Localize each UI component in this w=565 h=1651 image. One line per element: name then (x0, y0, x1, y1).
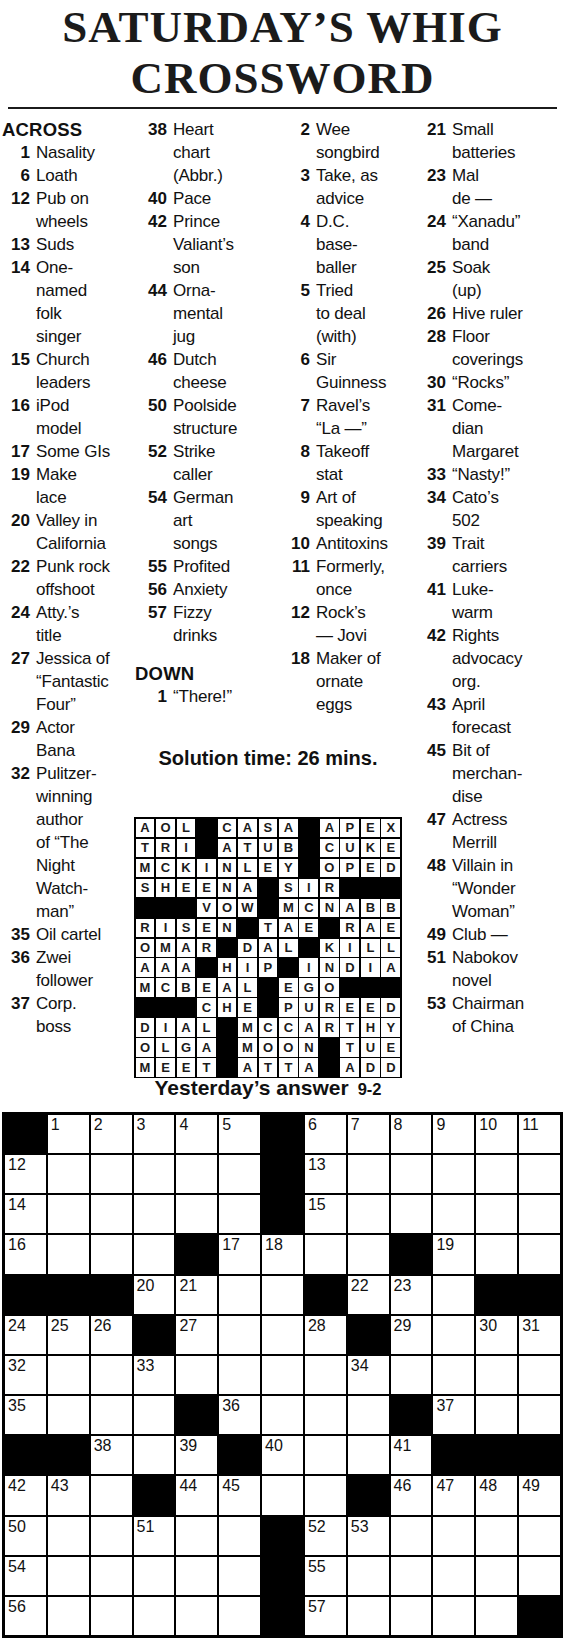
clue: 2Wee songbird (272, 118, 406, 164)
solution-letter-cell: T (340, 1018, 359, 1036)
puzzle-cell[interactable] (134, 1195, 175, 1233)
puzzle-cell[interactable]: 55 (305, 1557, 346, 1595)
puzzle-cell[interactable]: 41 (391, 1436, 432, 1474)
clue: 49Club — (404, 923, 565, 946)
puzzle-cell[interactable] (134, 1235, 175, 1273)
solution-letter-cell: A (156, 958, 175, 976)
solution-letter-cell: O (136, 1038, 155, 1056)
solution-letter-cell: I (299, 958, 318, 976)
puzzle-cell[interactable] (391, 1155, 432, 1193)
solution-block-cell (177, 899, 196, 917)
clue-text: Valley in California (30, 509, 106, 555)
puzzle-cell[interactable]: 36 (219, 1396, 260, 1434)
puzzle-cell[interactable] (176, 1155, 217, 1193)
puzzle-cell[interactable] (262, 1396, 303, 1434)
puzzle-cell[interactable] (262, 1276, 303, 1314)
clue-number: 20 (2, 509, 30, 532)
puzzle-cell[interactable]: 50 (5, 1517, 46, 1555)
puzzle-cell[interactable] (91, 1235, 132, 1273)
puzzle-cell[interactable] (48, 1557, 89, 1595)
puzzle-cell[interactable] (219, 1557, 260, 1595)
clue: 5Tried to deal (with) (272, 279, 406, 348)
solution-letter-cell: A (279, 919, 298, 937)
puzzle-cell[interactable] (433, 1316, 474, 1354)
puzzle-cell[interactable]: 49 (519, 1476, 560, 1514)
puzzle-cell[interactable]: 54 (5, 1557, 46, 1595)
clue-number: 13 (2, 233, 30, 256)
yesterday-answer-caption: Yesterday’s answer9-2 (134, 1076, 402, 1100)
puzzle-cell[interactable] (348, 1396, 389, 1434)
puzzle-cell[interactable] (262, 1476, 303, 1514)
puzzle-cell[interactable] (305, 1235, 346, 1273)
puzzle-cell[interactable] (519, 1155, 560, 1193)
puzzle-cell[interactable] (348, 1235, 389, 1273)
clue-text: Luke- warm (446, 578, 494, 624)
clue-column-down-2: 21Small batteries23Mal de —24“Xanadu” ba… (404, 118, 565, 1038)
puzzle-cell[interactable] (391, 1597, 432, 1635)
solution-letter-cell: A (361, 919, 380, 937)
puzzle-cell[interactable]: 9 (433, 1115, 474, 1153)
solution-letter-cell: M (136, 1058, 155, 1076)
puzzle-cell[interactable]: 4 (176, 1115, 217, 1153)
solution-letter-cell: A (177, 939, 196, 957)
puzzle-cell[interactable]: 40 (262, 1436, 303, 1474)
puzzle-cell[interactable]: 3 (134, 1115, 175, 1153)
puzzle-cell[interactable] (48, 1597, 89, 1635)
puzzle-cell[interactable]: 52 (305, 1517, 346, 1555)
puzzle-cell[interactable] (176, 1195, 217, 1233)
clue-text: Prince Valiant’s son (167, 210, 234, 279)
clue: 43April forecast (404, 693, 565, 739)
cell-number: 54 (8, 1557, 26, 1576)
puzzle-cell[interactable]: 8 (391, 1115, 432, 1153)
puzzle-cell[interactable] (91, 1356, 132, 1394)
puzzle-cell[interactable] (433, 1597, 474, 1635)
solution-letter-cell: E (381, 839, 400, 857)
clue: 28Floor coverings (404, 325, 565, 371)
puzzle-cell[interactable]: 14 (5, 1195, 46, 1233)
clue: 42Prince Valiant’s son (135, 210, 269, 279)
puzzle-cell[interactable] (91, 1195, 132, 1233)
clue-number: 31 (404, 394, 446, 417)
puzzle-cell[interactable] (391, 1517, 432, 1555)
solution-letter-cell: R (197, 939, 216, 957)
clue: 57Fizzy drinks (135, 601, 269, 647)
puzzle-block-cell (476, 1276, 517, 1314)
puzzle-cell[interactable]: 32 (5, 1356, 46, 1394)
puzzle-cell[interactable]: 39 (176, 1436, 217, 1474)
cell-number: 55 (308, 1557, 326, 1576)
puzzle-cell[interactable] (48, 1235, 89, 1273)
puzzle-cell[interactable] (348, 1597, 389, 1635)
puzzle-cell[interactable] (262, 1316, 303, 1354)
clue-number: 37 (2, 992, 30, 1015)
puzzle-cell[interactable] (176, 1557, 217, 1595)
solution-letter-cell: T (279, 1058, 298, 1076)
puzzle-cell[interactable] (519, 1356, 560, 1394)
clue: 31Come- dian Margaret (404, 394, 565, 463)
puzzle-cell[interactable]: 56 (5, 1597, 46, 1635)
clue: 26Hive ruler (404, 302, 565, 325)
clue-text: “Xanadu” band (446, 210, 520, 256)
clue-number: 57 (135, 601, 167, 624)
clue-text: Sir Guinness (310, 348, 386, 394)
cell-number: 17 (222, 1235, 240, 1254)
puzzle-cell[interactable]: 34 (348, 1356, 389, 1394)
solution-letter-cell: A (197, 1038, 216, 1056)
solution-letter-cell: A (136, 819, 155, 837)
clue: 17Some GIs (2, 440, 133, 463)
solution-letter-cell: R (340, 919, 359, 937)
clue: 1Nasality (2, 141, 133, 164)
solution-letter-cell: S (279, 879, 298, 897)
puzzle-cell[interactable] (134, 1436, 175, 1474)
puzzle-cell[interactable] (476, 1597, 517, 1635)
clue-text: Suds (30, 233, 74, 256)
solution-letter-cell: N (320, 899, 339, 917)
solution-letter-cell: N (320, 958, 339, 976)
clue: 51Nabokov novel (404, 946, 565, 992)
puzzle-cell[interactable] (219, 1517, 260, 1555)
clue: 13Suds (2, 233, 133, 256)
puzzle-block-cell (391, 1235, 432, 1273)
solution-letter-cell: A (320, 819, 339, 837)
puzzle-cell[interactable]: 53 (348, 1517, 389, 1555)
solution-letter-cell: A (259, 939, 278, 957)
solution-letter-cell: A (238, 1058, 257, 1076)
puzzle-cell[interactable] (476, 1195, 517, 1233)
clue-number: 51 (404, 946, 446, 969)
clue-text: Oil cartel (30, 923, 101, 946)
clue-text: Make lace (30, 463, 77, 509)
clue-number: 43 (404, 693, 446, 716)
puzzle-cell[interactable] (48, 1356, 89, 1394)
solution-letter-cell: C (259, 1018, 278, 1036)
puzzle-cell[interactable] (519, 1195, 560, 1233)
puzzle-cell[interactable] (48, 1396, 89, 1434)
puzzle-cell[interactable]: 18 (262, 1235, 303, 1273)
puzzle-cell[interactable] (433, 1356, 474, 1394)
puzzle-cell[interactable] (391, 1356, 432, 1394)
puzzle-cell[interactable]: 15 (305, 1195, 346, 1233)
puzzle-cell[interactable] (348, 1557, 389, 1595)
clue-number: 10 (272, 532, 310, 555)
puzzle-cell[interactable]: 37 (433, 1396, 474, 1434)
clue: 36Zwei follower (2, 946, 133, 992)
puzzle-cell[interactable] (391, 1195, 432, 1233)
puzzle-cell[interactable] (476, 1155, 517, 1193)
clue: 10Antitoxins (272, 532, 406, 555)
solution-letter-cell: R (320, 998, 339, 1016)
puzzle-cell[interactable] (476, 1557, 517, 1595)
puzzle-cell[interactable] (219, 1316, 260, 1354)
clue: 37Corp. boss (2, 992, 133, 1038)
puzzle-cell[interactable]: 57 (305, 1597, 346, 1635)
puzzle-cell[interactable]: 24 (5, 1316, 46, 1354)
clue: 30“Rocks” (404, 371, 565, 394)
clue-number: 46 (135, 348, 167, 371)
puzzle-cell[interactable]: 19 (433, 1235, 474, 1273)
clue-number: 53 (404, 992, 446, 1015)
clue: 32Pulitzer- winning author of “The Night… (2, 762, 133, 923)
puzzle-cell[interactable]: 12 (5, 1155, 46, 1193)
cell-number: 53 (351, 1517, 369, 1536)
puzzle-cell[interactable] (134, 1396, 175, 1434)
solution-block-cell (156, 998, 175, 1016)
puzzle-cell[interactable] (219, 1195, 260, 1233)
puzzle-cell[interactable] (48, 1155, 89, 1193)
clue-text: Strike caller (167, 440, 215, 486)
puzzle-cell[interactable] (348, 1195, 389, 1233)
puzzle-cell[interactable] (91, 1476, 132, 1514)
solution-block-cell (197, 839, 216, 857)
cell-number: 11 (522, 1115, 539, 1134)
solution-block-cell (218, 1018, 237, 1036)
puzzle-cell[interactable] (134, 1557, 175, 1595)
puzzle-cell[interactable] (433, 1276, 474, 1314)
puzzle-cell[interactable] (176, 1356, 217, 1394)
clue: 14One- named folk singer (2, 256, 133, 348)
clue: 33“Nasty!” (404, 463, 565, 486)
clue: 19Make lace (2, 463, 133, 509)
cell-number: 46 (394, 1476, 412, 1495)
solution-letter-cell: T (197, 1058, 216, 1076)
puzzle-cell[interactable] (519, 1557, 560, 1595)
puzzle-cell[interactable]: 47 (433, 1476, 474, 1514)
clue-text: Hive ruler (446, 302, 523, 325)
puzzle-cell[interactable] (91, 1396, 132, 1434)
puzzle-cell[interactable]: 5 (219, 1115, 260, 1153)
puzzle-cell[interactable]: 20 (134, 1276, 175, 1314)
clue-text: Loath (30, 164, 78, 187)
puzzle-block-cell (91, 1276, 132, 1314)
clue-text: Antitoxins (310, 532, 388, 555)
puzzle-cell[interactable] (519, 1517, 560, 1555)
clue: 9Art of speaking (272, 486, 406, 532)
solution-block-cell (320, 919, 339, 937)
puzzle-cell[interactable] (219, 1597, 260, 1635)
puzzle-cell[interactable]: 33 (134, 1356, 175, 1394)
puzzle-cell[interactable] (476, 1356, 517, 1394)
solution-letter-cell: M (238, 1038, 257, 1056)
puzzle-cell[interactable] (391, 1557, 432, 1595)
solution-block-cell (218, 1038, 237, 1056)
puzzle-cell[interactable] (219, 1356, 260, 1394)
puzzle-cell[interactable] (176, 1597, 217, 1635)
solution-letter-cell: N (299, 1038, 318, 1056)
clue-text: Ravel’s “La —” (310, 394, 370, 440)
solution-block-cell (381, 978, 400, 996)
puzzle-cell[interactable]: 35 (5, 1396, 46, 1434)
puzzle-cell[interactable] (476, 1235, 517, 1273)
clue: 8Takeoff stat (272, 440, 406, 486)
puzzle-cell[interactable]: 22 (348, 1276, 389, 1314)
puzzle-cell[interactable] (519, 1235, 560, 1273)
puzzle-cell[interactable]: 44 (176, 1476, 217, 1514)
puzzle-cell[interactable]: 43 (48, 1476, 89, 1514)
solution-letter-cell: M (156, 939, 175, 957)
puzzle-cell[interactable] (305, 1436, 346, 1474)
cell-number: 43 (51, 1476, 69, 1495)
puzzle-cell[interactable] (305, 1396, 346, 1434)
puzzle-cell[interactable]: 17 (219, 1235, 260, 1273)
solution-letter-cell: M (136, 859, 155, 877)
puzzle-cell[interactable]: 42 (5, 1476, 46, 1514)
puzzle-cell[interactable]: 2 (91, 1115, 132, 1153)
puzzle-cell[interactable] (91, 1597, 132, 1635)
clue-text: Art of speaking (310, 486, 382, 532)
clue: 23Mal de — (404, 164, 565, 210)
cell-number: 7 (351, 1115, 360, 1134)
puzzle-cell[interactable] (48, 1195, 89, 1233)
puzzle-cell[interactable] (433, 1195, 474, 1233)
today-puzzle-grid: 1234567891011121314151617181920212223242… (2, 1112, 563, 1638)
solution-letter-cell: I (156, 919, 175, 937)
solution-letter-cell: A (177, 958, 196, 976)
puzzle-cell[interactable]: 11 (519, 1115, 560, 1153)
puzzle-cell[interactable]: 6 (305, 1115, 346, 1153)
puzzle-block-cell (176, 1235, 217, 1273)
solution-block-cell (259, 998, 278, 1016)
puzzle-cell[interactable]: 30 (476, 1316, 517, 1354)
puzzle-cell[interactable] (134, 1155, 175, 1193)
solution-letter-cell: S (259, 819, 278, 837)
solution-letter-cell: O (320, 978, 339, 996)
solution-letter-cell: R (320, 1018, 339, 1036)
solution-letter-cell: A (238, 819, 257, 837)
solution-letter-cell: I (299, 879, 318, 897)
clue-text: Cato’s 502 (446, 486, 499, 532)
puzzle-cell[interactable] (219, 1155, 260, 1193)
solution-block-cell (279, 958, 298, 976)
puzzle-cell[interactable]: 38 (91, 1436, 132, 1474)
cell-number: 19 (436, 1235, 454, 1254)
cell-number: 40 (265, 1436, 283, 1455)
clue: 16iPod model (2, 394, 133, 440)
clue-number: 21 (404, 118, 446, 141)
cell-number: 2 (94, 1115, 103, 1134)
puzzle-cell[interactable] (262, 1356, 303, 1394)
puzzle-cell[interactable]: 13 (305, 1155, 346, 1193)
puzzle-cell[interactable] (305, 1356, 346, 1394)
solution-letter-cell: R (156, 839, 175, 857)
clue: 55Profited (135, 555, 269, 578)
solution-letter-cell: T (340, 1038, 359, 1056)
solution-letter-cell: X (381, 819, 400, 837)
puzzle-cell[interactable] (519, 1396, 560, 1434)
solution-letter-cell: E (299, 919, 318, 937)
puzzle-cell[interactable] (476, 1396, 517, 1434)
puzzle-cell[interactable]: 28 (305, 1316, 346, 1354)
puzzle-cell[interactable]: 23 (391, 1276, 432, 1314)
puzzle-cell[interactable]: 7 (348, 1115, 389, 1153)
puzzle-cell[interactable]: 48 (476, 1476, 517, 1514)
solution-letter-cell: L (381, 939, 400, 957)
clue: 11Formerly, once (272, 555, 406, 601)
clue-text: Nabokov novel (446, 946, 518, 992)
puzzle-cell[interactable]: 26 (91, 1316, 132, 1354)
puzzle-cell[interactable]: 45 (219, 1476, 260, 1514)
clue-text: Mal de — (446, 164, 492, 210)
puzzle-cell[interactable] (348, 1155, 389, 1193)
cell-number: 31 (522, 1316, 540, 1335)
clue-number: 52 (135, 440, 167, 463)
puzzle-cell[interactable] (219, 1276, 260, 1314)
clue: 4D.C. base- baller (272, 210, 406, 279)
puzzle-cell[interactable]: 10 (476, 1115, 517, 1153)
puzzle-cell[interactable] (48, 1517, 89, 1555)
puzzle-cell[interactable]: 27 (176, 1316, 217, 1354)
solution-letter-cell: O (279, 1038, 298, 1056)
solution-letter-cell: O (259, 1038, 278, 1056)
cell-number: 1 (51, 1115, 60, 1134)
puzzle-cell[interactable] (348, 1436, 389, 1474)
puzzle-cell[interactable]: 21 (176, 1276, 217, 1314)
clue: 34Cato’s 502 (404, 486, 565, 532)
clue-text: One- named folk singer (30, 256, 87, 348)
puzzle-cell[interactable] (91, 1557, 132, 1595)
puzzle-block-cell (433, 1436, 474, 1474)
solution-letter-cell: E (197, 919, 216, 937)
puzzle-cell[interactable] (91, 1517, 132, 1555)
solution-letter-cell: M (136, 978, 155, 996)
clue: 46Dutch cheese (135, 348, 269, 394)
puzzle-cell[interactable]: 1 (48, 1115, 89, 1153)
puzzle-cell[interactable]: 51 (134, 1517, 175, 1555)
puzzle-cell[interactable] (433, 1517, 474, 1555)
clue: 7Ravel’s “La —” (272, 394, 406, 440)
puzzle-cell[interactable] (305, 1476, 346, 1514)
solution-letter-cell: B (177, 978, 196, 996)
cell-number: 41 (394, 1436, 412, 1455)
cell-number: 27 (179, 1316, 197, 1335)
clue-text: Floor coverings (446, 325, 523, 371)
solution-letter-cell: Y (279, 859, 298, 877)
solution-letter-cell: E (361, 859, 380, 877)
puzzle-cell[interactable] (91, 1155, 132, 1193)
puzzle-cell[interactable] (176, 1517, 217, 1555)
solution-block-cell (299, 819, 318, 837)
clue: 12Rock’s — Jovi (272, 601, 406, 647)
puzzle-cell[interactable] (134, 1597, 175, 1635)
clue-number: 4 (272, 210, 310, 233)
clue-text: Soak (up) (446, 256, 490, 302)
clue-number: 17 (2, 440, 30, 463)
clue-number: 22 (2, 555, 30, 578)
clue-text: Church leaders (30, 348, 90, 394)
cell-number: 30 (479, 1316, 497, 1335)
puzzle-cell[interactable]: 29 (391, 1316, 432, 1354)
puzzle-cell[interactable]: 25 (48, 1316, 89, 1354)
clue: 39Trait carriers (404, 532, 565, 578)
clue-number: 1 (135, 685, 167, 708)
puzzle-cell[interactable]: 31 (519, 1316, 560, 1354)
clue-column-across: ACROSS1Nasality6Loath12Pub on wheels13Su… (2, 118, 133, 1038)
solution-letter-cell: V (197, 899, 216, 917)
puzzle-cell[interactable] (433, 1557, 474, 1595)
puzzle-cell[interactable] (476, 1517, 517, 1555)
solution-letter-cell: K (177, 859, 196, 877)
solution-letter-cell: N (218, 919, 237, 937)
puzzle-cell[interactable]: 46 (391, 1476, 432, 1514)
page-title: SATURDAY’S WHIG CROSSWORD (0, 2, 565, 104)
puzzle-cell[interactable]: 16 (5, 1235, 46, 1273)
solution-letter-cell: O (156, 819, 175, 837)
clue-number: 44 (135, 279, 167, 302)
puzzle-block-cell (176, 1396, 217, 1434)
puzzle-cell[interactable] (433, 1155, 474, 1193)
clue: 15Church leaders (2, 348, 133, 394)
